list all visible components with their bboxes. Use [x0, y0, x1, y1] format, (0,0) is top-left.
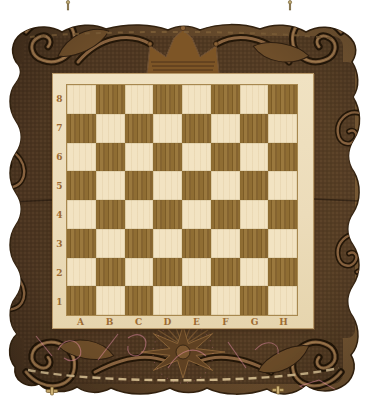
- square-g6: [240, 143, 269, 172]
- square-a2: [67, 258, 96, 287]
- square-c7: [125, 114, 154, 143]
- rank-labels: 87654321: [53, 84, 66, 316]
- chessboard-product-photo[interactable]: 87654321 ABCDEFGH: [0, 0, 367, 400]
- file-labels: ABCDEFGH: [66, 316, 298, 328]
- square-d5: [153, 171, 182, 200]
- square-g3: [240, 229, 269, 258]
- rank-label-5: 5: [53, 171, 66, 200]
- board-panel: 87654321 ABCDEFGH: [53, 74, 313, 328]
- square-g2: [240, 258, 269, 287]
- square-g7: [240, 114, 269, 143]
- square-e8: [182, 85, 211, 114]
- square-e5: [182, 171, 211, 200]
- hinge-pin-right: [288, 1, 291, 11]
- square-d1: [153, 286, 182, 315]
- square-h7: [268, 114, 297, 143]
- square-f7: [211, 114, 240, 143]
- square-h2: [268, 258, 297, 287]
- square-h4: [268, 200, 297, 229]
- square-e1: [182, 286, 211, 315]
- square-d6: [153, 143, 182, 172]
- rank-label-3: 3: [53, 229, 66, 258]
- square-g4: [240, 200, 269, 229]
- rank-label-6: 6: [53, 142, 66, 171]
- file-label-h: H: [269, 316, 298, 328]
- file-label-g: G: [240, 316, 269, 328]
- rank-label-1: 1: [53, 287, 66, 316]
- square-f3: [211, 229, 240, 258]
- square-b3: [96, 229, 125, 258]
- file-label-d: D: [153, 316, 182, 328]
- square-c6: [125, 143, 154, 172]
- square-h5: [268, 171, 297, 200]
- square-c8: [125, 85, 154, 114]
- square-d7: [153, 114, 182, 143]
- square-a8: [67, 85, 96, 114]
- chess-board: [66, 84, 298, 316]
- square-d4: [153, 200, 182, 229]
- square-g8: [240, 85, 269, 114]
- square-a4: [67, 200, 96, 229]
- file-label-e: E: [182, 316, 211, 328]
- square-c4: [125, 200, 154, 229]
- square-g1: [240, 286, 269, 315]
- square-c3: [125, 229, 154, 258]
- square-e3: [182, 229, 211, 258]
- file-label-c: C: [124, 316, 153, 328]
- square-a3: [67, 229, 96, 258]
- square-d3: [153, 229, 182, 258]
- square-b2: [96, 258, 125, 287]
- rank-label-4: 4: [53, 200, 66, 229]
- square-b6: [96, 143, 125, 172]
- square-e7: [182, 114, 211, 143]
- file-label-b: B: [95, 316, 124, 328]
- square-g5: [240, 171, 269, 200]
- square-a7: [67, 114, 96, 143]
- square-b1: [96, 286, 125, 315]
- square-e2: [182, 258, 211, 287]
- square-e4: [182, 200, 211, 229]
- square-c1: [125, 286, 154, 315]
- square-h1: [268, 286, 297, 315]
- square-d2: [153, 258, 182, 287]
- square-f8: [211, 85, 240, 114]
- square-b7: [96, 114, 125, 143]
- square-f2: [211, 258, 240, 287]
- square-h3: [268, 229, 297, 258]
- file-label-a: A: [66, 316, 95, 328]
- square-f1: [211, 286, 240, 315]
- rank-label-8: 8: [53, 84, 66, 113]
- square-c2: [125, 258, 154, 287]
- square-a5: [67, 171, 96, 200]
- square-b4: [96, 200, 125, 229]
- square-f4: [211, 200, 240, 229]
- square-c5: [125, 171, 154, 200]
- file-label-f: F: [211, 316, 240, 328]
- square-d8: [153, 85, 182, 114]
- square-f5: [211, 171, 240, 200]
- rank-label-2: 2: [53, 258, 66, 287]
- square-e6: [182, 143, 211, 172]
- hinge-pin-left: [66, 1, 69, 11]
- square-f6: [211, 143, 240, 172]
- square-b8: [96, 85, 125, 114]
- square-h8: [268, 85, 297, 114]
- square-a6: [67, 143, 96, 172]
- square-b5: [96, 171, 125, 200]
- square-h6: [268, 143, 297, 172]
- rank-label-7: 7: [53, 113, 66, 142]
- square-a1: [67, 286, 96, 315]
